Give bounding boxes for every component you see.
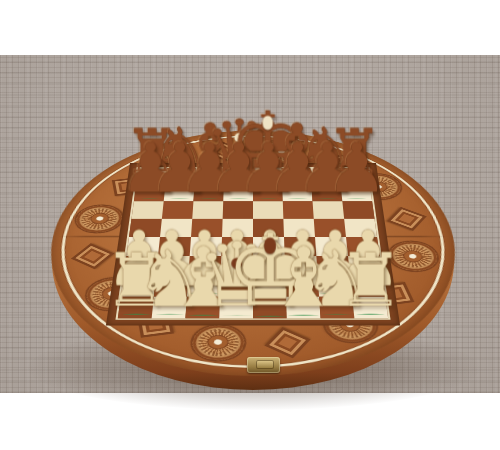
rosette-carving — [187, 323, 248, 364]
photo-stage: ♜♞♝♛♚♝♞♜♟♟♟♟♟♟♟♟♟♟♟♟♟♟♟♟♜♞♝♛♚♝♞♜ — [0, 0, 500, 450]
felt-base — [321, 314, 352, 319]
felt-base — [287, 315, 320, 320]
round-carved-chess-board: ♜♞♝♛♚♝♞♜♟♟♟♟♟♟♟♟♟♟♟♟♟♟♟♟♜♞♝♛♚♝♞♜ — [22, 131, 483, 376]
felt-base — [250, 316, 290, 322]
piece-white-rook-h1: ♜ — [337, 244, 403, 317]
felt-base — [186, 315, 219, 320]
board-frame: ♜♞♝♛♚♝♞♜♟♟♟♟♟♟♟♟♟♟♟♟♟♟♟♟♜♞♝♛♚♝♞♜ — [106, 163, 400, 326]
brass-clasp — [247, 357, 280, 373]
chess-board-grid: ♜♞♝♛♚♝♞♜♟♟♟♟♟♟♟♟♟♟♟♟♟♟♟♟♜♞♝♛♚♝♞♜ — [115, 167, 390, 320]
felt-base — [154, 314, 185, 319]
diamond-carving — [265, 327, 311, 358]
square-h1: ♜ — [352, 297, 388, 319]
piece-black-pawn-h7: ♟ — [325, 133, 386, 201]
